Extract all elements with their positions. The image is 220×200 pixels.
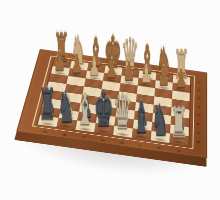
piece-black-bishop: ♝ (133, 96, 151, 139)
piece-black-bishop: ♝ (76, 88, 94, 131)
square[interactable]: ♞ (151, 131, 170, 143)
file-label: a (169, 148, 188, 154)
chess-set-photo: ♜♞♝♚♛♝♞♜♟♟♟♟♟♟♟♟♟♟♟♟♟♟♟♟♜♞♝♚♛♝♞♜ hgfedcb… (0, 0, 220, 200)
piece-white-pawn: ♟ (158, 64, 170, 90)
file-label: g (55, 132, 75, 138)
square[interactable]: ♚ (94, 123, 114, 135)
square[interactable]: ♛ (113, 126, 133, 138)
piece-black-queen: ♛ (113, 88, 133, 136)
piece-white-pawn: ♟ (71, 52, 83, 78)
piece-black-knight: ♞ (57, 86, 75, 129)
piece-white-pawn: ♟ (175, 66, 187, 92)
square[interactable]: ♜ (170, 134, 189, 146)
piece-black-knight: ♞ (151, 99, 169, 142)
file-label: b (150, 145, 169, 151)
file-label: h (36, 129, 56, 135)
piece-black-king: ♚ (94, 86, 114, 134)
board-3d-wrapper: ♜♞♝♚♛♝♞♜♟♟♟♟♟♟♟♟♟♟♟♟♟♟♟♟♜♞♝♚♛♝♞♜ hgfedcb… (16, 49, 207, 158)
file-label: c (131, 142, 150, 148)
square[interactable]: ♜ (38, 115, 59, 127)
piece-white-pawn: ♟ (89, 54, 101, 80)
rank-label: 8 (194, 137, 203, 148)
square[interactable]: ♞ (57, 118, 78, 130)
square[interactable]: ♝ (132, 128, 152, 140)
piece-white-pawn: ♟ (54, 49, 66, 75)
piece-white-pawn: ♟ (106, 56, 118, 82)
file-label: d (112, 140, 131, 146)
file-label: f (74, 134, 94, 140)
rank-labels: 12345678 (194, 78, 204, 148)
piece-black-rook: ♜ (38, 83, 56, 126)
piece-black-rook: ♜ (170, 102, 188, 145)
piece-white-pawn: ♟ (123, 59, 135, 85)
file-label: e (93, 137, 112, 143)
piece-white-pawn: ♟ (141, 61, 153, 87)
